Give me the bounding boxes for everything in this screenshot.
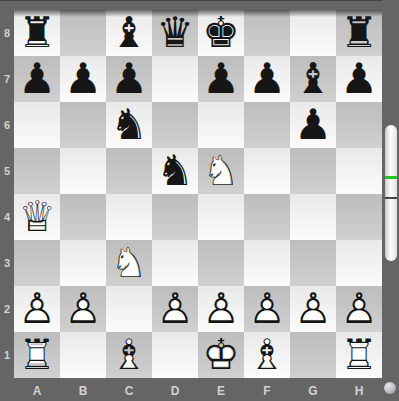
white-b-piece[interactable]: ♗ (106, 332, 152, 378)
square-h6[interactable] (336, 102, 382, 148)
square-h2[interactable]: ♟♙ (336, 286, 382, 332)
square-e2[interactable]: ♟♙ (198, 286, 244, 332)
square-h1[interactable]: ♜♖ (336, 332, 382, 378)
square-c2[interactable] (106, 286, 152, 332)
square-g6[interactable]: ♟ (290, 102, 336, 148)
square-c3[interactable]: ♞♘ (106, 240, 152, 286)
square-g7[interactable]: ♝ (290, 56, 336, 102)
rank-label-5: 5 (0, 148, 14, 194)
file-label-h: H (336, 381, 382, 401)
square-c8[interactable]: ♝ (106, 10, 152, 56)
square-d7[interactable] (152, 56, 198, 102)
square-f3[interactable] (244, 240, 290, 286)
square-d3[interactable] (152, 240, 198, 286)
white-q-piece[interactable]: ♕ (14, 194, 60, 240)
rank-label-2: 2 (0, 286, 14, 332)
black-p-piece[interactable]: ♟ (14, 56, 60, 102)
square-h4[interactable] (336, 194, 382, 240)
right-rail (382, 0, 399, 401)
square-e5[interactable]: ♞♘ (198, 148, 244, 194)
rank-label-4: 4 (0, 194, 14, 240)
square-a3[interactable] (14, 240, 60, 286)
square-g5[interactable] (290, 148, 336, 194)
square-a2[interactable]: ♟♙ (14, 286, 60, 332)
square-h8[interactable]: ♜ (336, 10, 382, 56)
square-f8[interactable] (244, 10, 290, 56)
square-f7[interactable]: ♟ (244, 56, 290, 102)
file-label-b: B (60, 381, 106, 401)
black-p-piece[interactable]: ♟ (60, 56, 106, 102)
square-a8[interactable]: ♜ (14, 10, 60, 56)
white-r-piece[interactable]: ♖ (336, 332, 382, 378)
square-b1[interactable] (60, 332, 106, 378)
square-c7[interactable]: ♟ (106, 56, 152, 102)
white-p-piece[interactable]: ♙ (290, 286, 336, 332)
black-p-piece[interactable]: ♟ (336, 56, 382, 102)
rank-labels: 87654321 (0, 10, 14, 378)
square-c5[interactable] (106, 148, 152, 194)
square-d4[interactable] (152, 194, 198, 240)
square-g2[interactable]: ♟♙ (290, 286, 336, 332)
black-p-piece[interactable]: ♟ (290, 102, 336, 148)
square-a4[interactable]: ♛♕ (14, 194, 60, 240)
white-p-piece[interactable]: ♙ (198, 286, 244, 332)
chess-board: ♜♝♛♚♜♟♟♟♟♟♝♟♞♟♞♞♘♛♕♞♘♟♙♟♙♟♙♟♙♟♙♟♙♟♙♜♖♝♗♚… (14, 10, 382, 378)
square-d1[interactable] (152, 332, 198, 378)
black-b-piece[interactable]: ♝ (290, 56, 336, 102)
file-labels: ABCDEFGH (14, 381, 382, 401)
square-f2[interactable]: ♟♙ (244, 286, 290, 332)
square-b7[interactable]: ♟ (60, 56, 106, 102)
black-r-piece[interactable]: ♜ (336, 10, 382, 56)
file-label-a: A (14, 381, 60, 401)
square-f4[interactable] (244, 194, 290, 240)
white-p-piece[interactable]: ♙ (244, 286, 290, 332)
file-label-d: D (152, 381, 198, 401)
black-k-piece[interactable]: ♚ (198, 10, 244, 56)
square-b2[interactable]: ♟♙ (60, 286, 106, 332)
rank-label-7: 7 (0, 56, 14, 102)
rank-label-1: 1 (0, 332, 14, 378)
square-c4[interactable] (106, 194, 152, 240)
white-p-piece[interactable]: ♙ (336, 286, 382, 332)
square-e7[interactable]: ♟ (198, 56, 244, 102)
square-g1[interactable] (290, 332, 336, 378)
square-e4[interactable] (198, 194, 244, 240)
eval-slider-thumb[interactable] (385, 125, 397, 261)
black-b-piece[interactable]: ♝ (106, 10, 152, 56)
square-h3[interactable] (336, 240, 382, 286)
rank-label-8: 8 (0, 10, 14, 56)
square-b3[interactable] (60, 240, 106, 286)
white-p-piece[interactable]: ♙ (60, 286, 106, 332)
square-d5[interactable]: ♞ (152, 148, 198, 194)
chess-app-window: 87654321 ♜♝♛♚♜♟♟♟♟♟♝♟♞♟♞♞♘♛♕♞♘♟♙♟♙♟♙♟♙♟♙… (0, 0, 399, 401)
white-k-piece[interactable]: ♔ (198, 332, 244, 378)
square-a5[interactable] (14, 148, 60, 194)
rank-label-3: 3 (0, 240, 14, 286)
square-g3[interactable] (290, 240, 336, 286)
square-a1[interactable]: ♜♖ (14, 332, 60, 378)
file-label-g: G (290, 381, 336, 401)
white-n-piece[interactable]: ♘ (198, 148, 244, 194)
square-b4[interactable] (60, 194, 106, 240)
square-e1[interactable]: ♚♔ (198, 332, 244, 378)
slider-midline-icon (385, 197, 397, 199)
rank-label-6: 6 (0, 102, 14, 148)
black-p-piece[interactable]: ♟ (106, 56, 152, 102)
square-e6[interactable] (198, 102, 244, 148)
white-p-piece[interactable]: ♙ (14, 286, 60, 332)
square-c1[interactable]: ♝♗ (106, 332, 152, 378)
square-b5[interactable] (60, 148, 106, 194)
white-n-piece[interactable]: ♘ (106, 240, 152, 286)
black-r-piece[interactable]: ♜ (14, 10, 60, 56)
square-h7[interactable]: ♟ (336, 56, 382, 102)
white-b-piece[interactable]: ♗ (244, 332, 290, 378)
square-d6[interactable] (152, 102, 198, 148)
file-label-f: F (244, 381, 290, 401)
square-h5[interactable] (336, 148, 382, 194)
square-c6[interactable]: ♞ (106, 102, 152, 148)
square-b8[interactable] (60, 10, 106, 56)
square-a6[interactable] (14, 102, 60, 148)
square-d8[interactable]: ♛ (152, 10, 198, 56)
square-e3[interactable] (198, 240, 244, 286)
square-e8[interactable]: ♚ (198, 10, 244, 56)
resize-handle[interactable] (384, 382, 396, 394)
square-g8[interactable] (290, 10, 336, 56)
square-f6[interactable] (244, 102, 290, 148)
white-r-piece[interactable]: ♖ (14, 332, 60, 378)
square-b6[interactable] (60, 102, 106, 148)
eval-marker (385, 176, 397, 179)
black-n-piece[interactable]: ♞ (152, 148, 198, 194)
black-p-piece[interactable]: ♟ (244, 56, 290, 102)
square-f1[interactable]: ♝♗ (244, 332, 290, 378)
black-p-piece[interactable]: ♟ (198, 56, 244, 102)
square-a7[interactable]: ♟ (14, 56, 60, 102)
black-n-piece[interactable]: ♞ (106, 102, 152, 148)
file-label-c: C (106, 381, 152, 401)
black-q-piece[interactable]: ♛ (152, 10, 198, 56)
square-d2[interactable]: ♟♙ (152, 286, 198, 332)
file-label-e: E (198, 381, 244, 401)
square-f5[interactable] (244, 148, 290, 194)
white-p-piece[interactable]: ♙ (152, 286, 198, 332)
square-g4[interactable] (290, 194, 336, 240)
